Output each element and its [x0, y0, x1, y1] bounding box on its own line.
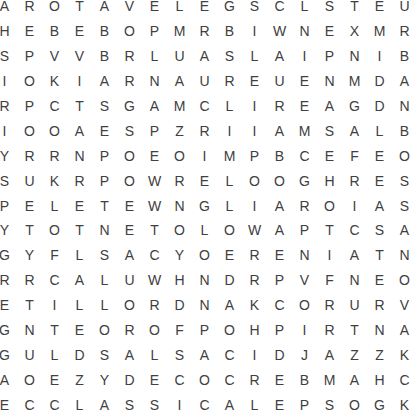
grid-cell[interactable]: R	[342, 168, 367, 193]
grid-cell[interactable]: R	[167, 168, 192, 193]
grid-cell[interactable]: K	[242, 293, 267, 318]
grid-cell[interactable]: E	[0, 293, 17, 318]
grid-cell[interactable]: R	[0, 268, 17, 293]
grid-cell[interactable]: G	[117, 94, 142, 119]
grid-cell[interactable]: J	[292, 342, 317, 367]
grid-cell[interactable]: P	[0, 193, 17, 218]
grid-cell[interactable]: W	[242, 218, 267, 243]
word-search-board: AROTAVELEGSCLSTEUHEBEBOPMRBIWNEXMRSPVVBR…	[0, 0, 410, 411]
grid-cell[interactable]: P	[92, 143, 117, 168]
grid-cell[interactable]: L	[92, 268, 117, 293]
grid-cell[interactable]: A	[217, 293, 242, 318]
grid-cell[interactable]: A	[392, 318, 410, 343]
grid-cell[interactable]: E	[17, 193, 42, 218]
grid-cell[interactable]: B	[92, 19, 117, 44]
grid-cell[interactable]: D	[367, 69, 392, 94]
grid-cell[interactable]: B	[292, 367, 317, 392]
grid-cell[interactable]: N	[292, 19, 317, 44]
grid-cell[interactable]: O	[392, 143, 410, 168]
grid-cell[interactable]: I	[242, 94, 267, 119]
grid-cell[interactable]: N	[17, 318, 42, 343]
grid-cell[interactable]: U	[167, 44, 192, 69]
grid-cell[interactable]: R	[0, 94, 17, 119]
grid-cell[interactable]: S	[117, 392, 142, 411]
grid-cell[interactable]: K	[42, 168, 67, 193]
grid-cell[interactable]: X	[342, 19, 367, 44]
grid-cell[interactable]: S	[367, 218, 392, 243]
grid-cell[interactable]: S	[242, 0, 267, 19]
grid-cell[interactable]: G	[192, 193, 217, 218]
grid-cell[interactable]: S	[92, 243, 117, 268]
grid-cell[interactable]: E	[67, 19, 92, 44]
grid-cell[interactable]: A	[0, 0, 17, 19]
grid-cell[interactable]: L	[167, 0, 192, 19]
grid-cell[interactable]: G	[292, 168, 317, 193]
grid-cell[interactable]: L	[42, 342, 67, 367]
grid-cell[interactable]: P	[17, 94, 42, 119]
grid-cell[interactable]: C	[42, 392, 67, 411]
grid-cell[interactable]: A	[92, 0, 117, 19]
grid-cell[interactable]: R	[117, 318, 142, 343]
grid-cell[interactable]: S	[392, 168, 410, 193]
grid-cell[interactable]: V	[392, 293, 410, 318]
grid-cell[interactable]: R	[117, 69, 142, 94]
grid-cell[interactable]: A	[342, 118, 367, 143]
grid-cell[interactable]: A	[167, 69, 192, 94]
grid-cell[interactable]: U	[17, 342, 42, 367]
grid-cell[interactable]: C	[42, 268, 67, 293]
grid-cell[interactable]: I	[192, 143, 217, 168]
grid-cell[interactable]: R	[192, 19, 217, 44]
grid-cell[interactable]: U	[392, 0, 410, 19]
grid-cell[interactable]: T	[17, 218, 42, 243]
grid-cell[interactable]: N	[342, 44, 367, 69]
grid-cell[interactable]: Y	[167, 243, 192, 268]
grid-cell[interactable]: E	[292, 94, 317, 119]
grid-cell[interactable]: T	[92, 193, 117, 218]
grid-cell[interactable]: R	[17, 0, 42, 19]
grid-cell[interactable]: K	[392, 342, 410, 367]
grid-cell[interactable]: C	[192, 392, 217, 411]
grid-cell[interactable]: M	[167, 94, 192, 119]
grid-cell[interactable]: B	[92, 44, 117, 69]
grid-cell[interactable]: V	[292, 268, 317, 293]
grid-cell[interactable]: M	[367, 19, 392, 44]
grid-cell[interactable]: R	[292, 193, 317, 218]
grid-cell[interactable]: S	[317, 118, 342, 143]
grid-cell[interactable]: O	[167, 143, 192, 168]
grid-cell[interactable]: O	[92, 318, 117, 343]
grid-cell[interactable]: S	[167, 342, 192, 367]
grid-cell[interactable]: E	[117, 218, 142, 243]
grid-cell[interactable]: T	[67, 0, 92, 19]
grid-cell[interactable]: L	[142, 342, 167, 367]
grid-cell[interactable]: D	[367, 94, 392, 119]
grid-cell[interactable]: L	[217, 168, 242, 193]
grid-cell[interactable]: E	[67, 318, 92, 343]
grid-cell[interactable]: B	[42, 19, 67, 44]
grid-cell[interactable]: U	[17, 168, 42, 193]
grid-cell[interactable]: O	[267, 168, 292, 193]
grid-cell[interactable]: R	[42, 143, 67, 168]
grid-cell[interactable]: R	[192, 118, 217, 143]
grid-cell[interactable]: W	[142, 168, 167, 193]
grid-cell[interactable]: R	[67, 168, 92, 193]
grid-cell[interactable]: I	[317, 243, 342, 268]
grid-cell[interactable]: A	[267, 193, 292, 218]
grid-cell[interactable]: F	[317, 268, 342, 293]
grid-cell[interactable]: E	[367, 168, 392, 193]
grid-cell[interactable]: P	[317, 44, 342, 69]
grid-cell[interactable]: A	[192, 44, 217, 69]
grid-cell[interactable]: P	[267, 268, 292, 293]
grid-cell[interactable]: T	[17, 293, 42, 318]
grid-cell[interactable]: P	[292, 392, 317, 411]
grid-cell[interactable]: M	[292, 118, 317, 143]
grid-cell[interactable]: A	[317, 342, 342, 367]
grid-cell[interactable]: L	[67, 293, 92, 318]
grid-cell[interactable]: O	[117, 143, 142, 168]
grid-cell[interactable]: P	[267, 318, 292, 343]
grid-cell[interactable]: P	[242, 143, 267, 168]
grid-cell[interactable]: P	[292, 218, 317, 243]
grid-cell[interactable]: O	[17, 69, 42, 94]
grid-cell[interactable]: S	[92, 342, 117, 367]
grid-cell[interactable]: R	[242, 243, 267, 268]
grid-cell[interactable]: E	[0, 392, 17, 411]
grid-cell[interactable]: L	[242, 392, 267, 411]
grid-cell[interactable]: E	[92, 118, 117, 143]
grid-cell[interactable]: W	[142, 268, 167, 293]
grid-cell[interactable]: K	[392, 392, 410, 411]
grid-cell[interactable]: S	[92, 94, 117, 119]
grid-cell[interactable]: R	[217, 69, 242, 94]
grid-cell[interactable]: A	[92, 392, 117, 411]
grid-cell[interactable]: C	[292, 143, 317, 168]
grid-cell[interactable]: N	[292, 243, 317, 268]
grid-cell[interactable]: O	[392, 268, 410, 293]
grid-cell[interactable]: T	[67, 218, 92, 243]
grid-cell[interactable]: A	[192, 342, 217, 367]
grid-cell[interactable]: O	[42, 118, 67, 143]
grid-cell[interactable]: E	[192, 168, 217, 193]
grid-cell[interactable]: L	[67, 243, 92, 268]
grid-cell[interactable]: T	[367, 243, 392, 268]
grid-cell[interactable]: A	[267, 218, 292, 243]
grid-cell[interactable]: S	[217, 44, 242, 69]
grid-cell[interactable]: C	[267, 293, 292, 318]
grid-cell[interactable]: C	[42, 94, 67, 119]
grid-cell[interactable]: F	[167, 318, 192, 343]
grid-cell[interactable]: R	[242, 367, 267, 392]
grid-cell[interactable]: O	[17, 118, 42, 143]
grid-cell[interactable]: S	[0, 44, 17, 69]
grid-cell[interactable]: A	[392, 69, 410, 94]
grid-cell[interactable]: E	[192, 0, 217, 19]
grid-cell[interactable]: O	[192, 367, 217, 392]
grid-cell[interactable]: S	[317, 392, 342, 411]
grid-cell[interactable]: H	[167, 268, 192, 293]
grid-cell[interactable]: O	[167, 218, 192, 243]
grid-cell[interactable]: R	[117, 44, 142, 69]
grid-cell[interactable]: P	[92, 168, 117, 193]
grid-cell[interactable]: N	[392, 94, 410, 119]
grid-cell[interactable]: S	[142, 392, 167, 411]
grid-cell[interactable]: I	[0, 118, 17, 143]
grid-cell[interactable]: R	[17, 143, 42, 168]
grid-cell[interactable]: I	[67, 69, 92, 94]
grid-cell[interactable]: C	[167, 367, 192, 392]
grid-cell[interactable]: A	[142, 94, 167, 119]
grid-cell[interactable]: E	[267, 243, 292, 268]
grid-cell[interactable]: E	[142, 0, 167, 19]
grid-cell[interactable]: L	[67, 392, 92, 411]
grid-cell[interactable]: L	[142, 44, 167, 69]
grid-cell[interactable]: E	[267, 367, 292, 392]
grid-cell[interactable]: O	[117, 293, 142, 318]
grid-cell[interactable]: D	[167, 293, 192, 318]
grid-cell[interactable]: V	[117, 0, 142, 19]
grid-cell[interactable]: N	[317, 69, 342, 94]
grid-cell[interactable]: L	[92, 293, 117, 318]
grid-cell[interactable]: W	[267, 19, 292, 44]
grid-cell[interactable]: M	[317, 367, 342, 392]
grid-cell[interactable]: S	[0, 168, 17, 193]
grid-cell[interactable]: M	[342, 69, 367, 94]
grid-cell[interactable]: W	[142, 193, 167, 218]
grid-cell[interactable]: E	[242, 69, 267, 94]
grid-cell[interactable]: Z	[342, 342, 367, 367]
grid-cell[interactable]: V	[67, 44, 92, 69]
grid-cell[interactable]: Y	[92, 367, 117, 392]
grid-cell[interactable]: O	[117, 168, 142, 193]
grid-cell[interactable]: S	[317, 0, 342, 19]
grid-cell[interactable]: U	[342, 293, 367, 318]
grid-cell[interactable]: L	[192, 218, 217, 243]
grid-cell[interactable]: B	[392, 118, 410, 143]
grid-cell[interactable]: N	[192, 293, 217, 318]
grid-cell[interactable]: T	[42, 318, 67, 343]
grid-cell[interactable]: D	[67, 342, 92, 367]
grid-cell[interactable]: P	[142, 19, 167, 44]
grid-cell[interactable]: I	[367, 44, 392, 69]
grid-cell[interactable]: C	[392, 367, 410, 392]
grid-cell[interactable]: E	[142, 143, 167, 168]
grid-cell[interactable]: O	[317, 193, 342, 218]
grid-cell[interactable]: I	[242, 193, 267, 218]
grid-cell[interactable]: N	[167, 193, 192, 218]
grid-cell[interactable]: I	[242, 118, 267, 143]
grid-cell[interactable]: I	[0, 69, 17, 94]
grid-cell[interactable]: I	[242, 342, 267, 367]
grid-cell[interactable]: N	[142, 69, 167, 94]
grid-cell[interactable]: H	[242, 318, 267, 343]
grid-cell[interactable]: E	[367, 0, 392, 19]
grid-cell[interactable]: T	[67, 94, 92, 119]
grid-cell[interactable]: L	[367, 118, 392, 143]
grid-cell[interactable]: A	[67, 118, 92, 143]
grid-cell[interactable]: E	[267, 392, 292, 411]
grid-cell[interactable]: F	[42, 243, 67, 268]
grid-cell[interactable]: H	[0, 19, 17, 44]
grid-cell[interactable]: D	[117, 367, 142, 392]
grid-cell[interactable]: L	[217, 193, 242, 218]
grid-cell[interactable]: C	[17, 392, 42, 411]
grid-cell[interactable]: N	[92, 218, 117, 243]
grid-cell[interactable]: E	[217, 243, 242, 268]
grid-cell[interactable]: B	[392, 44, 410, 69]
grid-cell[interactable]: C	[217, 342, 242, 367]
grid-cell[interactable]: C	[342, 218, 367, 243]
grid-cell[interactable]: L	[42, 193, 67, 218]
grid-cell[interactable]: N	[392, 243, 410, 268]
grid-cell[interactable]: I	[42, 293, 67, 318]
grid-cell[interactable]: G	[0, 342, 17, 367]
grid-cell[interactable]: O	[217, 318, 242, 343]
grid-cell[interactable]: E	[17, 19, 42, 44]
grid-cell[interactable]: M	[167, 19, 192, 44]
grid-cell[interactable]: A	[0, 367, 17, 392]
grid-cell[interactable]: P	[17, 44, 42, 69]
grid-cell[interactable]: Y	[0, 143, 17, 168]
grid-cell[interactable]: A	[67, 268, 92, 293]
grid-cell[interactable]: I	[292, 318, 317, 343]
grid-cell[interactable]: H	[367, 367, 392, 392]
grid-cell[interactable]: F	[342, 143, 367, 168]
grid-cell[interactable]: N	[342, 268, 367, 293]
grid-cell[interactable]: E	[117, 193, 142, 218]
grid-cell[interactable]: O	[217, 218, 242, 243]
grid-cell[interactable]: T	[142, 218, 167, 243]
grid-cell[interactable]: R	[242, 268, 267, 293]
grid-cell[interactable]: I	[242, 19, 267, 44]
grid-cell[interactable]: G	[342, 94, 367, 119]
grid-cell[interactable]: I	[167, 392, 192, 411]
grid-cell[interactable]: A	[117, 342, 142, 367]
grid-cell[interactable]: H	[317, 168, 342, 193]
grid-cell[interactable]: B	[217, 19, 242, 44]
grid-cell[interactable]: R	[392, 19, 410, 44]
grid-cell[interactable]: Z	[167, 118, 192, 143]
grid-cell[interactable]: I	[217, 118, 242, 143]
grid-cell[interactable]: B	[267, 143, 292, 168]
grid-cell[interactable]: G	[217, 0, 242, 19]
grid-cell[interactable]: I	[292, 44, 317, 69]
grid-cell[interactable]: A	[342, 367, 367, 392]
grid-cell[interactable]: D	[217, 268, 242, 293]
grid-cell[interactable]: O	[242, 168, 267, 193]
grid-cell[interactable]: U	[117, 268, 142, 293]
grid-cell[interactable]: A	[367, 193, 392, 218]
grid-cell[interactable]: E	[67, 193, 92, 218]
grid-cell[interactable]: R	[142, 293, 167, 318]
grid-cell[interactable]: R	[17, 268, 42, 293]
grid-cell[interactable]: O	[292, 293, 317, 318]
grid-cell[interactable]: E	[367, 143, 392, 168]
grid-cell[interactable]: O	[192, 243, 217, 268]
grid-cell[interactable]: A	[392, 218, 410, 243]
grid-cell[interactable]: E	[142, 367, 167, 392]
grid-cell[interactable]: N	[67, 143, 92, 168]
grid-cell[interactable]: T	[342, 0, 367, 19]
grid-cell[interactable]: A	[267, 44, 292, 69]
grid-cell[interactable]: A	[92, 69, 117, 94]
grid-cell[interactable]: G	[0, 243, 17, 268]
grid-cell[interactable]: R	[267, 94, 292, 119]
grid-cell[interactable]: V	[42, 44, 67, 69]
grid-cell[interactable]: Y	[17, 243, 42, 268]
grid-cell[interactable]: E	[317, 19, 342, 44]
grid-cell[interactable]: A	[317, 94, 342, 119]
grid-cell[interactable]: L	[292, 0, 317, 19]
grid-cell[interactable]: E	[317, 143, 342, 168]
grid-cell[interactable]: O	[42, 218, 67, 243]
grid-cell[interactable]: C	[267, 0, 292, 19]
grid-cell[interactable]: Z	[367, 342, 392, 367]
grid-cell[interactable]: R	[317, 293, 342, 318]
grid-cell[interactable]: D	[267, 342, 292, 367]
grid-cell[interactable]: T	[317, 218, 342, 243]
grid-cell[interactable]: A	[267, 118, 292, 143]
grid-cell[interactable]: A	[117, 243, 142, 268]
grid-cell[interactable]: S	[392, 193, 410, 218]
grid-cell[interactable]: O	[117, 19, 142, 44]
grid-cell[interactable]: O	[17, 367, 42, 392]
grid-cell[interactable]: L	[217, 94, 242, 119]
grid-cell[interactable]: P	[192, 318, 217, 343]
grid-cell[interactable]: N	[192, 268, 217, 293]
grid-cell[interactable]: L	[242, 44, 267, 69]
grid-cell[interactable]: G	[367, 392, 392, 411]
grid-cell[interactable]: Y	[0, 218, 17, 243]
grid-cell[interactable]: R	[317, 318, 342, 343]
grid-cell[interactable]: C	[217, 367, 242, 392]
letter-grid: AROTAVELEGSCLSTEUHEBEBOPMRBIWNEXMRSPVVBR…	[0, 0, 410, 411]
grid-cell[interactable]: E	[367, 268, 392, 293]
grid-cell[interactable]: M	[217, 143, 242, 168]
grid-cell[interactable]: E	[42, 367, 67, 392]
grid-cell[interactable]: A	[217, 392, 242, 411]
grid-cell[interactable]: R	[367, 293, 392, 318]
grid-cell[interactable]: Z	[67, 367, 92, 392]
grid-cell[interactable]: T	[342, 318, 367, 343]
grid-cell[interactable]: K	[42, 69, 67, 94]
grid-cell[interactable]: A	[342, 243, 367, 268]
grid-cell[interactable]: C	[142, 243, 167, 268]
grid-cell[interactable]: P	[142, 118, 167, 143]
grid-cell[interactable]: I	[342, 193, 367, 218]
grid-cell[interactable]: U	[267, 69, 292, 94]
grid-cell[interactable]: C	[192, 94, 217, 119]
grid-cell[interactable]: U	[192, 69, 217, 94]
grid-cell[interactable]: S	[117, 118, 142, 143]
grid-cell[interactable]: G	[0, 318, 17, 343]
grid-cell[interactable]: N	[367, 318, 392, 343]
grid-cell[interactable]: O	[42, 0, 67, 19]
grid-cell[interactable]: E	[292, 69, 317, 94]
grid-cell[interactable]: O	[342, 392, 367, 411]
grid-cell[interactable]: O	[142, 318, 167, 343]
